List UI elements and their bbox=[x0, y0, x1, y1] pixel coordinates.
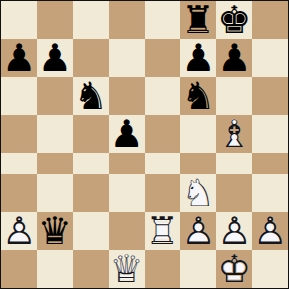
square-g2[interactable]: ♟♙ bbox=[216, 212, 252, 250]
square-c8[interactable] bbox=[73, 1, 109, 39]
chess-board: ♜♚♟♟♟♟♞♞♟♝♗♞♘♟♙♛♜♖♟♙♟♙♟♙♛♕♚♔ bbox=[0, 0, 289, 289]
square-h1[interactable] bbox=[252, 250, 288, 288]
square-b3[interactable] bbox=[37, 174, 73, 212]
piece-white-pawn: ♟♙ bbox=[217, 212, 251, 250]
square-b6[interactable] bbox=[37, 77, 73, 115]
square-g6[interactable] bbox=[216, 77, 252, 115]
square-a3[interactable] bbox=[1, 174, 37, 212]
piece-black-pawn: ♟ bbox=[181, 39, 215, 77]
piece-black-pawn: ♟ bbox=[217, 39, 251, 77]
square-c1[interactable] bbox=[73, 250, 109, 288]
square-b7[interactable]: ♟ bbox=[37, 39, 73, 77]
square-d7[interactable] bbox=[109, 39, 145, 77]
piece-white-queen: ♛♕ bbox=[110, 250, 144, 288]
square-g1[interactable]: ♚♔ bbox=[216, 250, 252, 288]
square-h8[interactable] bbox=[252, 1, 288, 39]
square-b2[interactable]: ♛ bbox=[37, 212, 73, 250]
square-e5[interactable] bbox=[145, 115, 181, 153]
square-b5[interactable] bbox=[37, 115, 73, 153]
square-e4[interactable] bbox=[145, 153, 181, 174]
square-h3[interactable] bbox=[252, 174, 288, 212]
piece-black-pawn: ♟ bbox=[38, 39, 72, 77]
square-e6[interactable] bbox=[145, 77, 181, 115]
piece-white-bishop: ♝♗ bbox=[217, 115, 251, 153]
piece-black-king: ♚ bbox=[217, 1, 251, 39]
square-a7[interactable]: ♟ bbox=[1, 39, 37, 77]
square-d4[interactable] bbox=[109, 153, 145, 174]
square-f5[interactable] bbox=[180, 115, 216, 153]
square-f6[interactable]: ♞ bbox=[180, 77, 216, 115]
square-c5[interactable] bbox=[73, 115, 109, 153]
square-d6[interactable] bbox=[109, 77, 145, 115]
piece-black-pawn: ♟ bbox=[110, 115, 144, 153]
square-h4[interactable] bbox=[252, 153, 288, 174]
square-f8[interactable]: ♜ bbox=[180, 1, 216, 39]
square-d5[interactable]: ♟ bbox=[109, 115, 145, 153]
square-h6[interactable] bbox=[252, 77, 288, 115]
square-f1[interactable] bbox=[180, 250, 216, 288]
piece-black-knight: ♞ bbox=[74, 77, 108, 115]
square-e3[interactable] bbox=[145, 174, 181, 212]
square-b4[interactable] bbox=[37, 153, 73, 174]
square-d1[interactable]: ♛♕ bbox=[109, 250, 145, 288]
square-a5[interactable] bbox=[1, 115, 37, 153]
square-c2[interactable] bbox=[73, 212, 109, 250]
square-h7[interactable] bbox=[252, 39, 288, 77]
square-g3[interactable] bbox=[216, 174, 252, 212]
square-d3[interactable] bbox=[109, 174, 145, 212]
piece-black-pawn: ♟ bbox=[2, 39, 36, 77]
square-g4[interactable] bbox=[216, 153, 252, 174]
square-d2[interactable] bbox=[109, 212, 145, 250]
square-a4[interactable] bbox=[1, 153, 37, 174]
piece-white-knight: ♞♘ bbox=[181, 174, 215, 212]
square-g7[interactable]: ♟ bbox=[216, 39, 252, 77]
square-b8[interactable] bbox=[37, 1, 73, 39]
piece-black-queen: ♛ bbox=[38, 212, 72, 250]
square-c3[interactable] bbox=[73, 174, 109, 212]
square-f3[interactable]: ♞♘ bbox=[180, 174, 216, 212]
piece-white-pawn: ♟♙ bbox=[2, 212, 36, 250]
square-e8[interactable] bbox=[145, 1, 181, 39]
square-g5[interactable]: ♝♗ bbox=[216, 115, 252, 153]
piece-black-knight: ♞ bbox=[181, 77, 215, 115]
square-c6[interactable]: ♞ bbox=[73, 77, 109, 115]
square-d8[interactable] bbox=[109, 1, 145, 39]
square-e2[interactable]: ♜♖ bbox=[145, 212, 181, 250]
square-a1[interactable] bbox=[1, 250, 37, 288]
square-a2[interactable]: ♟♙ bbox=[1, 212, 37, 250]
square-c4[interactable] bbox=[73, 153, 109, 174]
square-e1[interactable] bbox=[145, 250, 181, 288]
piece-white-rook: ♜♖ bbox=[145, 212, 179, 250]
square-a6[interactable] bbox=[1, 77, 37, 115]
piece-white-king: ♚♔ bbox=[217, 250, 251, 288]
square-h5[interactable] bbox=[252, 115, 288, 153]
piece-white-pawn: ♟♙ bbox=[181, 212, 215, 250]
square-c7[interactable] bbox=[73, 39, 109, 77]
piece-white-pawn: ♟♙ bbox=[253, 212, 287, 250]
square-g8[interactable]: ♚ bbox=[216, 1, 252, 39]
square-f7[interactable]: ♟ bbox=[180, 39, 216, 77]
square-h2[interactable]: ♟♙ bbox=[252, 212, 288, 250]
square-b1[interactable] bbox=[37, 250, 73, 288]
piece-black-rook: ♜ bbox=[181, 1, 215, 39]
square-f2[interactable]: ♟♙ bbox=[180, 212, 216, 250]
square-a8[interactable] bbox=[1, 1, 37, 39]
square-e7[interactable] bbox=[145, 39, 181, 77]
